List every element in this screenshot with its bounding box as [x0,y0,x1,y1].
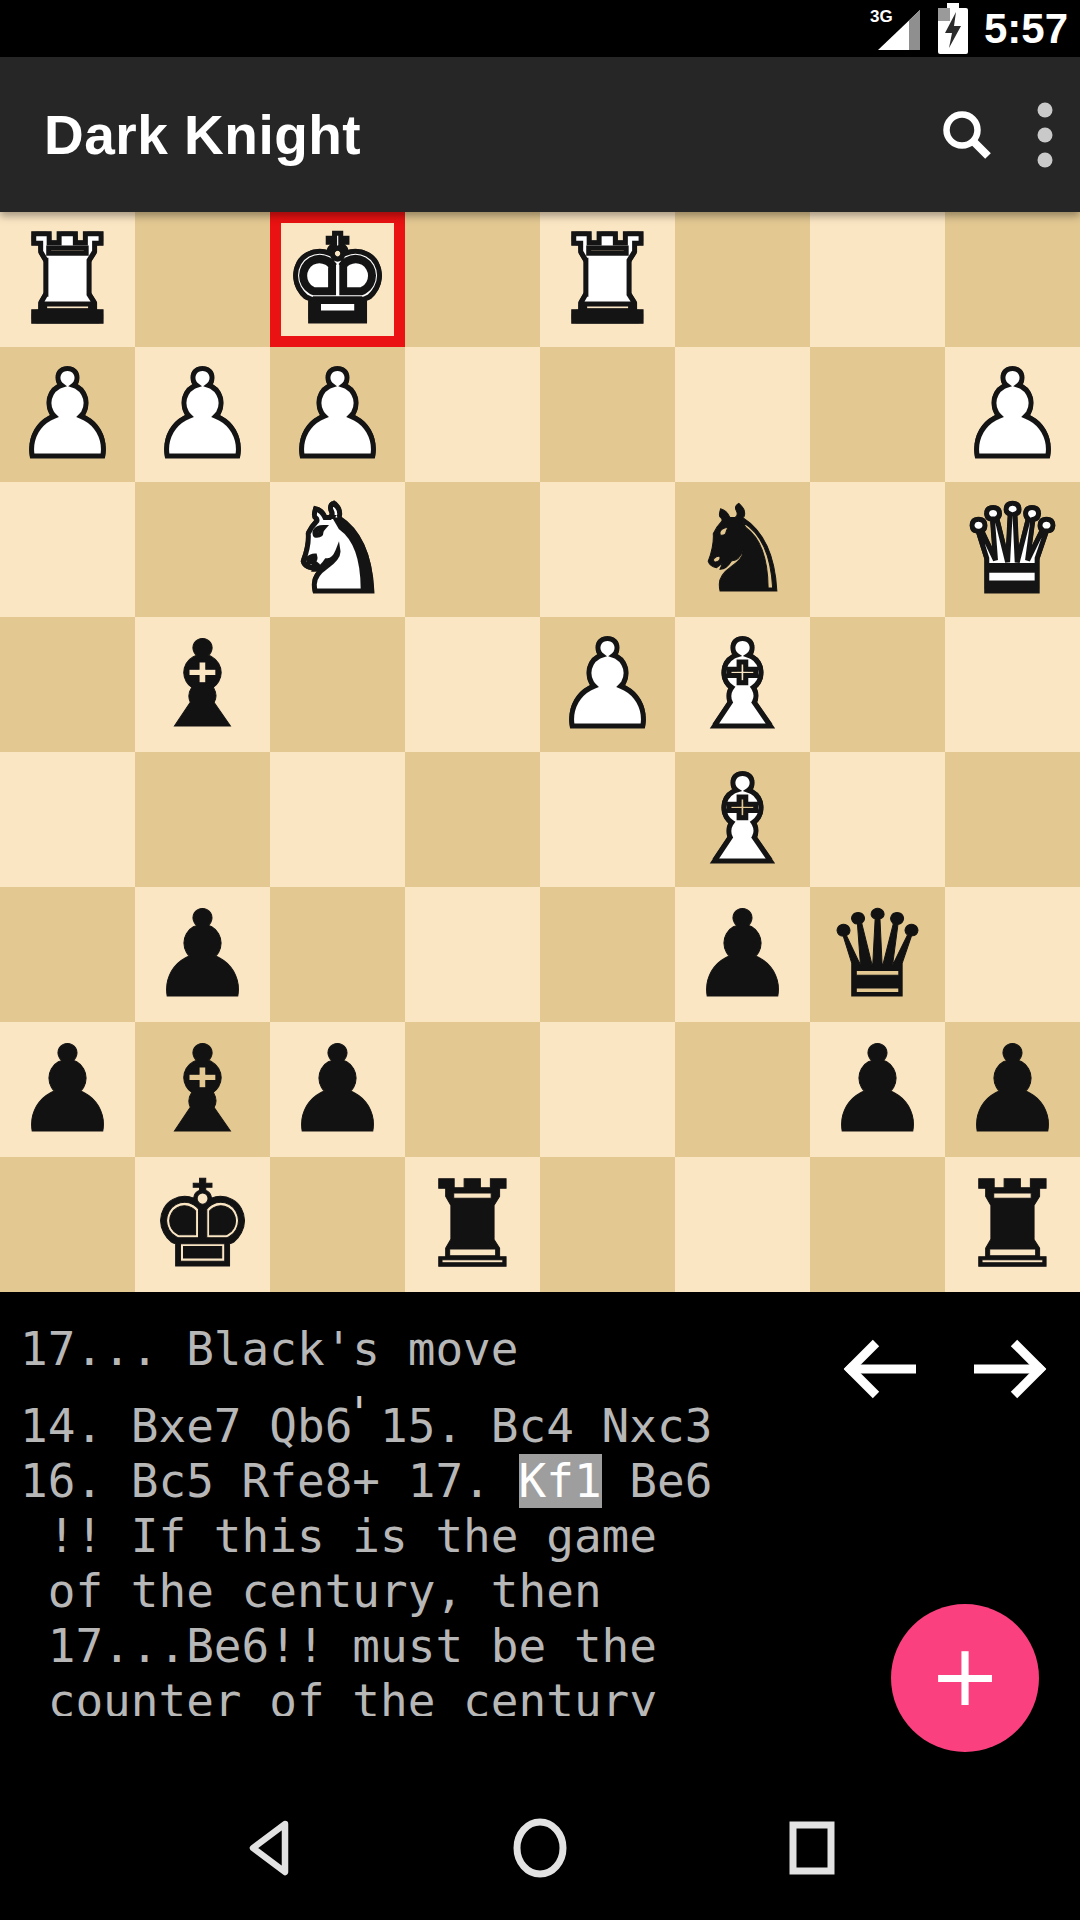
back-triangle-icon [245,1819,291,1877]
square-b6[interactable]: ♛ [810,887,945,1022]
square-e4[interactable] [405,617,540,752]
square-a1[interactable] [945,212,1080,347]
recents-square-icon [787,1819,837,1877]
square-g1[interactable] [135,212,270,347]
black-queen[interactable]: ♛ [824,895,932,1015]
white-bishop[interactable]: ♝ [689,760,797,880]
white-pawn[interactable]: ♟ [959,355,1067,475]
square-c8[interactable] [675,1157,810,1292]
move-navigation [842,1338,1048,1400]
square-b2[interactable] [810,347,945,482]
nav-home-button[interactable] [490,1798,590,1898]
square-f6[interactable] [270,887,405,1022]
overflow-menu-icon [1037,102,1053,168]
square-a2[interactable]: ♟ [945,347,1080,482]
add-game-button[interactable]: + [891,1604,1039,1752]
square-g5[interactable] [135,752,270,887]
black-pawn[interactable]: ♟ [14,1030,122,1150]
square-h8[interactable] [0,1157,135,1292]
android-nav-bar [0,1776,1080,1920]
black-bishop[interactable]: ♝ [149,1030,257,1150]
square-f1[interactable]: ♚ [270,212,405,347]
page-title: Dark Knight [44,103,924,167]
square-a3[interactable]: ♛ [945,482,1080,617]
square-h1[interactable]: ♜ [0,212,135,347]
square-g6[interactable]: ♟ [135,887,270,1022]
previous-move-button[interactable] [842,1338,922,1400]
square-h4[interactable] [0,617,135,752]
square-f2[interactable]: ♟ [270,347,405,482]
square-d5[interactable] [540,752,675,887]
square-h6[interactable] [0,887,135,1022]
black-rook[interactable]: ♜ [959,1165,1067,1285]
move-list[interactable]: 14. Bxe7 Qb6 15. Bc4 Nxc316. Bc5 Rfe8+ 1… [20,1399,712,1716]
black-bishop[interactable]: ♝ [149,625,257,745]
square-c1[interactable] [675,212,810,347]
square-d1[interactable]: ♜ [540,212,675,347]
black-rook[interactable]: ♜ [419,1165,527,1285]
white-pawn[interactable]: ♟ [554,625,662,745]
white-pawn[interactable]: ♟ [149,355,257,475]
arrow-left-icon [842,1338,922,1400]
white-pawn[interactable]: ♟ [284,355,392,475]
square-c3[interactable]: ♞ [675,482,810,617]
square-e7[interactable] [405,1022,540,1157]
white-rook[interactable]: ♜ [14,220,122,340]
square-c5[interactable]: ♝ [675,752,810,887]
square-a8[interactable]: ♜ [945,1157,1080,1292]
white-knight[interactable]: ♞ [284,490,392,610]
square-e6[interactable] [405,887,540,1022]
square-f5[interactable] [270,752,405,887]
chess-board: ♜♚♜♟♟♟♟♞♞♛♝♟♝♝♟♟♛♟♝♟♟♟♚♜♜ [0,212,1080,1292]
white-king[interactable]: ♚ [284,220,392,340]
square-e5[interactable] [405,752,540,887]
overflow-menu-button[interactable] [1010,75,1080,195]
square-h7[interactable]: ♟ [0,1022,135,1157]
square-e1[interactable] [405,212,540,347]
square-b3[interactable] [810,482,945,617]
square-a5[interactable] [945,752,1080,887]
square-f8[interactable] [270,1157,405,1292]
square-g8[interactable]: ♚ [135,1157,270,1292]
move-line: of the century, then [20,1564,712,1619]
current-move-highlight: Kf1 [519,1454,602,1508]
app-bar: Dark Knight [0,57,1080,212]
network-type-label: 3G [870,7,893,26]
signal-3g-icon: 3G [870,6,922,52]
square-f7[interactable]: ♟ [270,1022,405,1157]
move-line: 14. Bxe7 Qb6 15. Bc4 Nxc3 [20,1399,712,1454]
square-b5[interactable] [810,752,945,887]
next-move-button[interactable] [968,1338,1048,1400]
white-rook[interactable]: ♜ [554,220,662,340]
square-d3[interactable] [540,482,675,617]
move-line: !! If this is the game [20,1509,712,1564]
square-a4[interactable] [945,617,1080,752]
square-c4[interactable]: ♝ [675,617,810,752]
black-king[interactable]: ♚ [149,1165,257,1285]
plus-icon: + [929,1632,1001,1718]
square-d8[interactable] [540,1157,675,1292]
clock: 5:57 [984,5,1068,53]
white-queen[interactable]: ♛ [959,490,1067,610]
black-pawn[interactable]: ♟ [689,895,797,1015]
battery-charging-icon [936,3,970,55]
move-line: 17...Be6!! must be the [20,1619,712,1674]
square-c6[interactable]: ♟ [675,887,810,1022]
nav-back-button[interactable] [218,1798,318,1898]
nav-recents-button[interactable] [762,1798,862,1898]
square-h3[interactable] [0,482,135,617]
black-pawn[interactable]: ♟ [284,1030,392,1150]
black-pawn[interactable]: ♟ [824,1030,932,1150]
square-c7[interactable] [675,1022,810,1157]
search-icon [938,106,996,164]
square-f4[interactable] [270,617,405,752]
move-line: counter of the century [20,1674,712,1716]
square-c2[interactable] [675,347,810,482]
square-e8[interactable]: ♜ [405,1157,540,1292]
square-d2[interactable] [540,347,675,482]
move-status: 17... Black's move [20,1322,519,1376]
white-pawn[interactable]: ♟ [14,355,122,475]
square-e3[interactable] [405,482,540,617]
square-d4[interactable]: ♟ [540,617,675,752]
square-g4[interactable]: ♝ [135,617,270,752]
square-b1[interactable] [810,212,945,347]
square-h2[interactable]: ♟ [0,347,135,482]
white-bishop[interactable]: ♝ [689,625,797,745]
status-bar: 3G 5:57 [0,0,1080,57]
arrow-right-icon [968,1338,1048,1400]
move-line: 16. Bc5 Rfe8+ 17. Kf1 Be6 [20,1454,712,1509]
square-a6[interactable] [945,887,1080,1022]
black-knight[interactable]: ♞ [689,490,797,610]
black-pawn[interactable]: ♟ [959,1030,1067,1150]
black-pawn[interactable]: ♟ [149,895,257,1015]
home-circle-icon [509,1817,571,1879]
square-b8[interactable] [810,1157,945,1292]
square-a7[interactable]: ♟ [945,1022,1080,1157]
square-g3[interactable] [135,482,270,617]
square-g7[interactable]: ♝ [135,1022,270,1157]
square-d6[interactable] [540,887,675,1022]
search-button[interactable] [924,75,1010,195]
square-b4[interactable] [810,617,945,752]
square-f3[interactable]: ♞ [270,482,405,617]
square-d7[interactable] [540,1022,675,1157]
square-h5[interactable] [0,752,135,887]
square-g2[interactable]: ♟ [135,347,270,482]
square-b7[interactable]: ♟ [810,1022,945,1157]
square-e2[interactable] [405,347,540,482]
